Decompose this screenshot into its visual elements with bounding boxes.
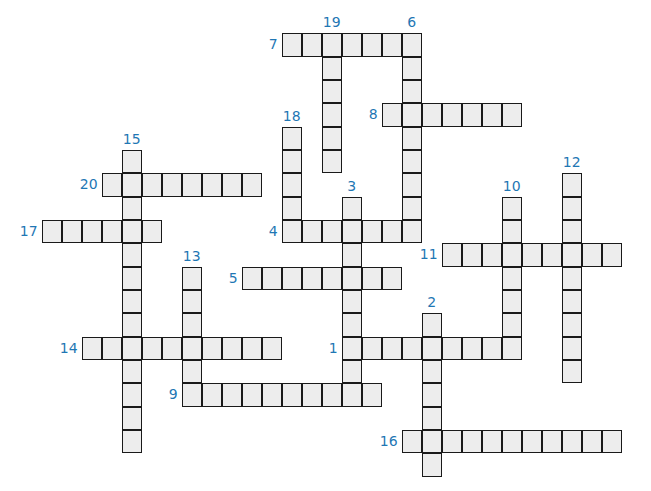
cell-r8c23[interactable] <box>502 220 522 243</box>
cell-r8c5[interactable] <box>142 220 162 243</box>
cell-r11c23[interactable] <box>502 290 522 313</box>
clue-number-3-down: 3 <box>347 179 356 193</box>
cell-r6c8[interactable] <box>202 173 222 196</box>
cell-r15c10[interactable] <box>242 383 262 406</box>
cell-r6c6[interactable] <box>162 173 182 196</box>
cell-r8c2[interactable] <box>82 220 102 243</box>
cell-r6c10[interactable] <box>242 173 262 196</box>
cell-r11c15[interactable] <box>342 290 362 313</box>
cell-r13c7[interactable] <box>182 337 202 360</box>
clue-number-7-across: 7 <box>269 33 278 56</box>
clue-number-4-across: 4 <box>269 220 278 243</box>
cell-r17c19[interactable] <box>422 430 442 453</box>
cell-r11c26[interactable] <box>562 290 582 313</box>
cell-r14c7[interactable] <box>182 360 202 383</box>
clue-number-2-down: 2 <box>427 295 436 309</box>
clue-number-1-across: 1 <box>329 337 338 360</box>
cell-r10c26[interactable] <box>562 267 582 290</box>
cell-r13c9[interactable] <box>222 337 242 360</box>
cell-r15c8[interactable] <box>202 383 222 406</box>
cell-r5c18[interactable] <box>402 150 422 173</box>
cell-r14c26[interactable] <box>562 360 582 383</box>
cell-r3c22[interactable] <box>482 103 502 126</box>
cell-r15c7[interactable] <box>182 383 202 406</box>
cell-r9c15[interactable] <box>342 243 362 266</box>
cell-r8c13[interactable] <box>302 220 322 243</box>
cell-r8c26[interactable] <box>562 220 582 243</box>
cell-r6c12[interactable] <box>282 173 302 196</box>
cell-r14c15[interactable] <box>342 360 362 383</box>
cell-r10c13[interactable] <box>302 267 322 290</box>
cell-r9c24[interactable] <box>522 243 542 266</box>
cell-r18c19[interactable] <box>422 453 442 476</box>
clue-number-13-down: 13 <box>183 249 201 263</box>
cell-r15c11[interactable] <box>262 383 282 406</box>
cell-r12c15[interactable] <box>342 313 362 336</box>
cell-r13c17[interactable] <box>382 337 402 360</box>
cell-r6c7[interactable] <box>182 173 202 196</box>
cell-r8c3[interactable] <box>102 220 122 243</box>
cell-r10c16[interactable] <box>362 267 382 290</box>
cell-r12c7[interactable] <box>182 313 202 336</box>
cell-r15c16[interactable] <box>362 383 382 406</box>
cell-r3c19[interactable] <box>422 103 442 126</box>
cell-r2c14[interactable] <box>322 80 342 103</box>
clue-number-9-across: 9 <box>169 383 178 406</box>
cell-r14c4[interactable] <box>122 360 142 383</box>
cell-r8c12[interactable] <box>282 220 302 243</box>
cell-r17c24[interactable] <box>522 430 542 453</box>
cell-r17c27[interactable] <box>582 430 602 453</box>
clue-number-19-down: 19 <box>323 15 341 29</box>
cell-r0c15[interactable] <box>342 33 362 56</box>
cell-r1c14[interactable] <box>322 57 342 80</box>
cell-r10c17[interactable] <box>382 267 402 290</box>
cell-r7c15[interactable] <box>342 197 362 220</box>
clue-number-5-across: 5 <box>229 267 238 290</box>
cell-r17c26[interactable] <box>562 430 582 453</box>
cell-r3c14[interactable] <box>322 103 342 126</box>
cell-r12c4[interactable] <box>122 313 142 336</box>
crossword-board: 1234567891011121314151617181920 <box>42 33 622 476</box>
clue-number-15-down: 15 <box>123 132 141 146</box>
cell-r17c21[interactable] <box>462 430 482 453</box>
cell-r7c4[interactable] <box>122 197 142 220</box>
cell-r13c11[interactable] <box>262 337 282 360</box>
cell-r16c4[interactable] <box>122 407 142 430</box>
cell-r10c15[interactable] <box>342 267 362 290</box>
cell-r6c5[interactable] <box>142 173 162 196</box>
cell-r15c14[interactable] <box>322 383 342 406</box>
cell-r4c18[interactable] <box>402 127 422 150</box>
clue-number-12-down: 12 <box>563 155 581 169</box>
cell-r9c20[interactable] <box>442 243 462 266</box>
cell-r15c4[interactable] <box>122 383 142 406</box>
cell-r15c12[interactable] <box>282 383 302 406</box>
cell-r8c0[interactable] <box>42 220 62 243</box>
cell-r13c16[interactable] <box>362 337 382 360</box>
cell-r17c25[interactable] <box>542 430 562 453</box>
cell-r7c26[interactable] <box>562 197 582 220</box>
clue-number-11-across: 11 <box>420 243 438 266</box>
clue-number-18-down: 18 <box>283 109 301 123</box>
cell-r10c4[interactable] <box>122 267 142 290</box>
cell-r5c12[interactable] <box>282 150 302 173</box>
cell-r7c18[interactable] <box>402 197 422 220</box>
cell-r17c23[interactable] <box>502 430 522 453</box>
cell-r0c16[interactable] <box>362 33 382 56</box>
cell-r3c17[interactable] <box>382 103 402 126</box>
cell-r15c15[interactable] <box>342 383 362 406</box>
cell-r17c4[interactable] <box>122 430 142 453</box>
clue-number-17-across: 17 <box>20 220 38 243</box>
cell-r17c22[interactable] <box>482 430 502 453</box>
cell-r8c16[interactable] <box>362 220 382 243</box>
cell-r13c22[interactable] <box>482 337 502 360</box>
clue-number-6-down: 6 <box>407 15 416 29</box>
cell-r14c19[interactable] <box>422 360 442 383</box>
cell-r10c10[interactable] <box>242 267 262 290</box>
cell-r7c23[interactable] <box>502 197 522 220</box>
cell-r0c17[interactable] <box>382 33 402 56</box>
cell-r8c18[interactable] <box>402 220 422 243</box>
cell-r15c9[interactable] <box>222 383 242 406</box>
cell-r3c23[interactable] <box>502 103 522 126</box>
cell-r0c14[interactable] <box>322 33 342 56</box>
cell-r15c13[interactable] <box>302 383 322 406</box>
cell-r6c4[interactable] <box>122 173 142 196</box>
cell-r2c18[interactable] <box>402 80 422 103</box>
cell-r12c26[interactable] <box>562 313 582 336</box>
cell-r8c14[interactable] <box>322 220 342 243</box>
cell-r9c27[interactable] <box>582 243 602 266</box>
cell-r9c25[interactable] <box>542 243 562 266</box>
cell-r9c28[interactable] <box>602 243 622 266</box>
cell-r13c15[interactable] <box>342 337 362 360</box>
cell-r10c23[interactable] <box>502 267 522 290</box>
cell-r17c18[interactable] <box>402 430 422 453</box>
cell-r6c9[interactable] <box>222 173 242 196</box>
cell-r9c22[interactable] <box>482 243 502 266</box>
cell-r12c23[interactable] <box>502 313 522 336</box>
cell-r3c21[interactable] <box>462 103 482 126</box>
cell-r4c12[interactable] <box>282 127 302 150</box>
cell-r5c14[interactable] <box>322 150 342 173</box>
cell-r12c19[interactable] <box>422 313 442 336</box>
cell-r8c15[interactable] <box>342 220 362 243</box>
cell-r13c19[interactable] <box>422 337 442 360</box>
cell-r13c5[interactable] <box>142 337 162 360</box>
cell-r9c4[interactable] <box>122 243 142 266</box>
cell-r13c18[interactable] <box>402 337 422 360</box>
cell-r3c20[interactable] <box>442 103 462 126</box>
cell-r11c4[interactable] <box>122 290 142 313</box>
cell-r6c26[interactable] <box>562 173 582 196</box>
cell-r13c8[interactable] <box>202 337 222 360</box>
cell-r11c7[interactable] <box>182 290 202 313</box>
cell-r9c21[interactable] <box>462 243 482 266</box>
cell-r5c4[interactable] <box>122 150 142 173</box>
cell-r10c14[interactable] <box>322 267 342 290</box>
cell-r13c20[interactable] <box>442 337 462 360</box>
cell-r1c18[interactable] <box>402 57 422 80</box>
cell-r0c13[interactable] <box>302 33 322 56</box>
cell-r13c4[interactable] <box>122 337 142 360</box>
cell-r15c19[interactable] <box>422 383 442 406</box>
clue-number-8-across: 8 <box>369 103 378 126</box>
cell-r16c19[interactable] <box>422 407 442 430</box>
cell-r4c14[interactable] <box>322 127 342 150</box>
cell-r9c26[interactable] <box>562 243 582 266</box>
cell-r17c28[interactable] <box>602 430 622 453</box>
cell-r10c7[interactable] <box>182 267 202 290</box>
cell-r6c3[interactable] <box>102 173 122 196</box>
cell-r8c4[interactable] <box>122 220 142 243</box>
clue-number-16-across: 16 <box>380 430 398 453</box>
clue-number-20-across: 20 <box>80 173 98 196</box>
cell-r13c23[interactable] <box>502 337 522 360</box>
cell-r13c10[interactable] <box>242 337 262 360</box>
cell-r10c12[interactable] <box>282 267 302 290</box>
cell-r13c21[interactable] <box>462 337 482 360</box>
cell-r10c11[interactable] <box>262 267 282 290</box>
cell-r7c12[interactable] <box>282 197 302 220</box>
cell-r3c18[interactable] <box>402 103 422 126</box>
cell-r13c26[interactable] <box>562 337 582 360</box>
cell-r13c2[interactable] <box>82 337 102 360</box>
cell-r9c23[interactable] <box>502 243 522 266</box>
clue-number-14-across: 14 <box>60 337 78 360</box>
cell-r8c17[interactable] <box>382 220 402 243</box>
cell-r13c3[interactable] <box>102 337 122 360</box>
clue-number-10-down: 10 <box>503 179 521 193</box>
cell-r0c18[interactable] <box>402 33 422 56</box>
cell-r13c6[interactable] <box>162 337 182 360</box>
cell-r8c1[interactable] <box>62 220 82 243</box>
cell-r17c20[interactable] <box>442 430 462 453</box>
cell-r6c18[interactable] <box>402 173 422 196</box>
cell-r0c12[interactable] <box>282 33 302 56</box>
